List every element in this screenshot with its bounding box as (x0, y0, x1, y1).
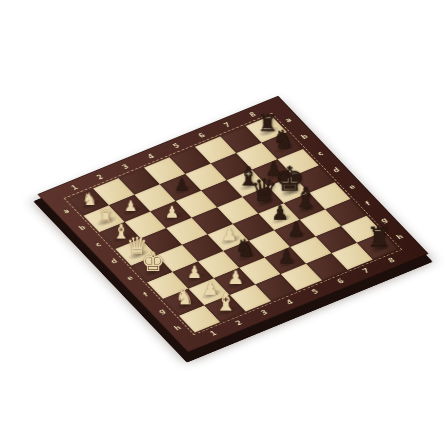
chess-board: 12345678a♞♜ab♜♟♟♞bc♝♟♝♟cd♛♛♚de♚♟♟♝ef♟♞♟f… (37, 96, 428, 353)
photo-background: 12345678a♞♜ab♜♟♟♞bc♝♟♝♟cd♛♛♚de♚♟♟♝ef♟♞♟f… (0, 0, 448, 448)
board-frame: 12345678a♞♜ab♜♟♟♞bc♝♟♝♟cd♛♛♚de♚♟♟♝ef♟♞♟f… (37, 96, 428, 353)
piece-glyph: ♟ (266, 220, 326, 240)
